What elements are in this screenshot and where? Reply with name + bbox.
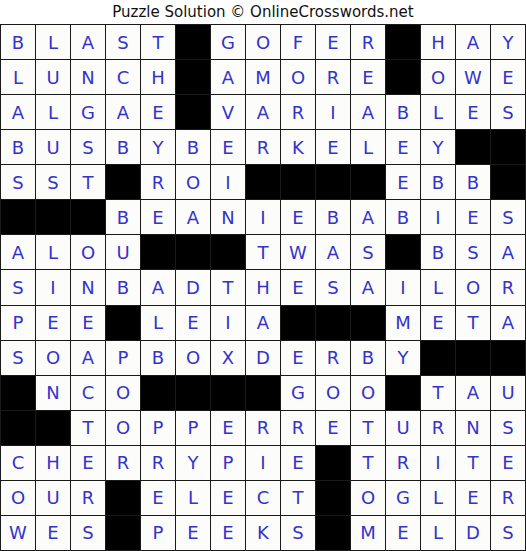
- letter-cell[interactable]: D: [246, 341, 280, 375]
- letter-cell[interactable]: O: [246, 25, 280, 59]
- black-square: [1, 200, 35, 234]
- letter-cell[interactable]: E: [176, 516, 210, 550]
- letter-cell[interactable]: E: [316, 130, 350, 164]
- letter-cell[interactable]: G: [211, 25, 245, 59]
- letter-cell[interactable]: I: [246, 446, 280, 480]
- letter-cell[interactable]: S: [1, 165, 35, 199]
- letter-cell[interactable]: R: [246, 411, 280, 445]
- letter-cell[interactable]: A: [246, 95, 280, 129]
- letter-cell[interactable]: S: [71, 516, 105, 550]
- letter-cell[interactable]: E: [491, 60, 525, 94]
- letter-cell[interactable]: S: [456, 235, 490, 269]
- letter-cell[interactable]: O: [421, 60, 455, 94]
- black-square: [351, 165, 385, 199]
- letter-cell[interactable]: E: [71, 446, 105, 480]
- letter-cell[interactable]: G: [386, 481, 420, 515]
- letter-cell[interactable]: R: [106, 446, 140, 480]
- black-square: [491, 130, 525, 164]
- letter-cell[interactable]: O: [316, 376, 350, 410]
- black-square: [106, 165, 140, 199]
- black-square: [386, 376, 420, 410]
- letter-cell[interactable]: A: [456, 376, 490, 410]
- letter-cell[interactable]: B: [386, 95, 420, 129]
- letter-cell[interactable]: R: [141, 165, 175, 199]
- letter-cell[interactable]: B: [106, 270, 140, 304]
- letter-cell[interactable]: E: [176, 306, 210, 340]
- letter-cell[interactable]: Y: [141, 130, 175, 164]
- letter-cell[interactable]: P: [141, 516, 175, 550]
- black-square: [176, 376, 210, 410]
- letter-cell[interactable]: B: [106, 200, 140, 234]
- black-square: [176, 60, 210, 94]
- letter-cell[interactable]: E: [211, 411, 245, 445]
- letter-cell[interactable]: A: [491, 235, 525, 269]
- letter-cell[interactable]: O: [176, 165, 210, 199]
- letter-cell[interactable]: G: [71, 95, 105, 129]
- letter-cell[interactable]: A: [176, 200, 210, 234]
- letter-cell[interactable]: I: [36, 270, 70, 304]
- black-square: [456, 341, 490, 375]
- letter-cell[interactable]: E: [211, 516, 245, 550]
- black-square: [316, 306, 350, 340]
- letter-cell[interactable]: B: [141, 341, 175, 375]
- letter-cell[interactable]: S: [491, 516, 525, 550]
- black-square: [421, 341, 455, 375]
- black-square: [316, 516, 350, 550]
- letter-cell[interactable]: O: [106, 376, 140, 410]
- black-square: [176, 95, 210, 129]
- letter-cell[interactable]: S: [36, 165, 70, 199]
- letter-cell[interactable]: I: [246, 200, 280, 234]
- letter-cell[interactable]: A: [71, 25, 105, 59]
- black-square: [1, 376, 35, 410]
- black-square: [316, 165, 350, 199]
- letter-cell[interactable]: R: [351, 25, 385, 59]
- letter-cell[interactable]: P: [1, 306, 35, 340]
- letter-cell[interactable]: R: [421, 411, 455, 445]
- letter-cell[interactable]: T: [421, 376, 455, 410]
- letter-cell[interactable]: K: [281, 130, 315, 164]
- letter-cell[interactable]: T: [71, 165, 105, 199]
- letter-cell[interactable]: L: [36, 95, 70, 129]
- letter-cell[interactable]: A: [456, 25, 490, 59]
- black-square: [491, 165, 525, 199]
- letter-cell[interactable]: W: [456, 60, 490, 94]
- letter-cell[interactable]: C: [246, 481, 280, 515]
- letter-cell[interactable]: E: [386, 165, 420, 199]
- letter-cell[interactable]: S: [106, 25, 140, 59]
- letter-cell[interactable]: E: [281, 341, 315, 375]
- letter-cell[interactable]: E: [386, 516, 420, 550]
- letter-cell[interactable]: S: [71, 130, 105, 164]
- letter-cell[interactable]: B: [176, 130, 210, 164]
- black-square: [36, 200, 70, 234]
- crossword-board: BLASTGOFERHAYLUNCHAMOREOWEALGAEVARIABLES…: [0, 24, 526, 551]
- letter-cell[interactable]: L: [351, 130, 385, 164]
- letter-cell[interactable]: S: [1, 270, 35, 304]
- letter-cell[interactable]: H: [36, 446, 70, 480]
- letter-cell[interactable]: T: [211, 270, 245, 304]
- letter-cell[interactable]: B: [316, 200, 350, 234]
- letter-cell[interactable]: S: [351, 235, 385, 269]
- letter-cell[interactable]: A: [351, 200, 385, 234]
- letter-cell[interactable]: A: [141, 270, 175, 304]
- letter-cell[interactable]: U: [106, 235, 140, 269]
- letter-cell[interactable]: R: [281, 411, 315, 445]
- letter-cell[interactable]: U: [386, 411, 420, 445]
- letter-cell[interactable]: E: [351, 60, 385, 94]
- black-square: [1, 411, 35, 445]
- letter-cell[interactable]: W: [1, 516, 35, 550]
- letter-cell[interactable]: E: [316, 411, 350, 445]
- letter-cell[interactable]: B: [456, 165, 490, 199]
- letter-cell[interactable]: T: [71, 411, 105, 445]
- letter-cell[interactable]: O: [351, 376, 385, 410]
- letter-cell[interactable]: A: [71, 341, 105, 375]
- black-square: [281, 306, 315, 340]
- letter-cell[interactable]: X: [211, 341, 245, 375]
- letter-cell[interactable]: P: [211, 446, 245, 480]
- letter-cell[interactable]: S: [316, 270, 350, 304]
- letter-cell[interactable]: E: [141, 200, 175, 234]
- letter-cell[interactable]: H: [421, 25, 455, 59]
- black-square: [491, 341, 525, 375]
- letter-cell[interactable]: A: [351, 95, 385, 129]
- letter-cell[interactable]: E: [281, 446, 315, 480]
- letter-cell[interactable]: W: [281, 235, 315, 269]
- letter-cell[interactable]: L: [421, 270, 455, 304]
- black-square: [211, 376, 245, 410]
- letter-cell[interactable]: L: [421, 516, 455, 550]
- letter-cell[interactable]: V: [211, 95, 245, 129]
- letter-cell[interactable]: O: [106, 411, 140, 445]
- puzzle-title: Puzzle Solution © OnlineCrosswords.net: [112, 0, 413, 24]
- letter-cell[interactable]: A: [246, 306, 280, 340]
- letter-cell[interactable]: B: [386, 200, 420, 234]
- title-bar: Puzzle Solution © OnlineCrosswords.net: [0, 0, 526, 24]
- letter-cell[interactable]: T: [351, 411, 385, 445]
- letter-cell[interactable]: C: [106, 60, 140, 94]
- letter-cell[interactable]: R: [281, 95, 315, 129]
- letter-cell[interactable]: O: [351, 481, 385, 515]
- letter-cell[interactable]: R: [491, 270, 525, 304]
- letter-cell[interactable]: N: [456, 411, 490, 445]
- letter-cell[interactable]: Y: [176, 446, 210, 480]
- letter-cell[interactable]: R: [386, 446, 420, 480]
- letter-cell[interactable]: A: [1, 95, 35, 129]
- letter-cell[interactable]: E: [71, 306, 105, 340]
- letter-cell[interactable]: E: [281, 200, 315, 234]
- letter-cell[interactable]: M: [351, 516, 385, 550]
- black-square: [386, 60, 420, 94]
- letter-cell[interactable]: S: [1, 341, 35, 375]
- letter-cell[interactable]: O: [176, 341, 210, 375]
- letter-cell[interactable]: L: [421, 95, 455, 129]
- letter-cell[interactable]: O: [71, 235, 105, 269]
- black-square: [246, 165, 280, 199]
- letter-cell[interactable]: A: [351, 270, 385, 304]
- letter-cell[interactable]: O: [36, 341, 70, 375]
- letter-cell[interactable]: L: [176, 481, 210, 515]
- letter-cell[interactable]: E: [36, 516, 70, 550]
- letter-cell[interactable]: P: [176, 411, 210, 445]
- letter-cell[interactable]: O: [1, 481, 35, 515]
- letter-cell[interactable]: R: [141, 446, 175, 480]
- letter-cell[interactable]: C: [71, 376, 105, 410]
- black-square: [106, 306, 140, 340]
- letter-cell[interactable]: N: [71, 60, 105, 94]
- letter-cell[interactable]: E: [316, 25, 350, 59]
- black-square: [141, 235, 175, 269]
- letter-cell[interactable]: K: [246, 516, 280, 550]
- black-square: [71, 200, 105, 234]
- black-square: [316, 481, 350, 515]
- black-square: [281, 165, 315, 199]
- letter-cell[interactable]: E: [456, 95, 490, 129]
- letter-cell[interactable]: M: [246, 60, 280, 94]
- letter-cell[interactable]: A: [491, 306, 525, 340]
- letter-cell[interactable]: N: [71, 270, 105, 304]
- black-square: [36, 411, 70, 445]
- letter-cell[interactable]: T: [456, 306, 490, 340]
- letter-cell[interactable]: R: [316, 60, 350, 94]
- letter-cell[interactable]: S: [491, 411, 525, 445]
- letter-cell[interactable]: O: [456, 270, 490, 304]
- letter-cell[interactable]: D: [456, 516, 490, 550]
- letter-cell[interactable]: H: [141, 60, 175, 94]
- letter-cell[interactable]: A: [211, 60, 245, 94]
- letter-cell[interactable]: I: [316, 95, 350, 129]
- letter-cell[interactable]: U: [36, 60, 70, 94]
- letter-cell[interactable]: F: [281, 25, 315, 59]
- letter-cell[interactable]: S: [281, 516, 315, 550]
- letter-cell[interactable]: L: [421, 481, 455, 515]
- letter-cell[interactable]: T: [351, 446, 385, 480]
- letter-cell[interactable]: T: [141, 25, 175, 59]
- black-square: [456, 130, 490, 164]
- letter-cell[interactable]: S: [491, 200, 525, 234]
- black-square: [351, 306, 385, 340]
- letter-cell[interactable]: H: [246, 270, 280, 304]
- letter-cell[interactable]: R: [71, 481, 105, 515]
- letter-cell[interactable]: Y: [491, 25, 525, 59]
- black-square: [176, 25, 210, 59]
- letter-cell[interactable]: B: [421, 235, 455, 269]
- letter-cell[interactable]: U: [36, 481, 70, 515]
- letter-cell[interactable]: B: [421, 165, 455, 199]
- black-square: [106, 481, 140, 515]
- letter-cell[interactable]: E: [386, 130, 420, 164]
- letter-cell[interactable]: E: [36, 306, 70, 340]
- letter-cell[interactable]: E: [491, 446, 525, 480]
- letter-cell[interactable]: L: [1, 60, 35, 94]
- letter-cell[interactable]: G: [281, 376, 315, 410]
- letter-cell[interactable]: M: [386, 306, 420, 340]
- letter-cell[interactable]: T: [456, 446, 490, 480]
- letter-cell[interactable]: A: [316, 235, 350, 269]
- letter-cell[interactable]: E: [141, 95, 175, 129]
- letter-cell[interactable]: S: [491, 95, 525, 129]
- letter-cell[interactable]: C: [1, 446, 35, 480]
- letter-cell[interactable]: A: [1, 235, 35, 269]
- black-square: [176, 235, 210, 269]
- letter-cell[interactable]: U: [36, 130, 70, 164]
- black-square: [211, 235, 245, 269]
- letter-cell[interactable]: P: [106, 341, 140, 375]
- letter-cell[interactable]: N: [211, 200, 245, 234]
- letter-cell[interactable]: T: [281, 481, 315, 515]
- letter-cell[interactable]: B: [106, 130, 140, 164]
- letter-cell[interactable]: Y: [386, 341, 420, 375]
- letter-cell[interactable]: B: [1, 130, 35, 164]
- black-square: [316, 446, 350, 480]
- letter-cell[interactable]: E: [456, 200, 490, 234]
- letter-cell[interactable]: A: [106, 95, 140, 129]
- letter-cell[interactable]: R: [491, 481, 525, 515]
- letter-cell[interactable]: I: [421, 200, 455, 234]
- letter-cell[interactable]: N: [36, 376, 70, 410]
- letter-cell[interactable]: L: [36, 235, 70, 269]
- black-square: [141, 376, 175, 410]
- letter-cell[interactable]: L: [36, 25, 70, 59]
- letter-cell[interactable]: I: [211, 165, 245, 199]
- letter-cell[interactable]: E: [211, 481, 245, 515]
- black-square: [386, 25, 420, 59]
- letter-cell[interactable]: E: [211, 130, 245, 164]
- letter-cell[interactable]: I: [211, 306, 245, 340]
- letter-cell[interactable]: O: [281, 60, 315, 94]
- letter-cell[interactable]: R: [246, 130, 280, 164]
- letter-cell[interactable]: E: [421, 306, 455, 340]
- letter-cell[interactable]: E: [281, 270, 315, 304]
- letter-cell[interactable]: E: [456, 481, 490, 515]
- letter-cell[interactable]: L: [141, 306, 175, 340]
- letter-cell[interactable]: T: [246, 235, 280, 269]
- letter-cell[interactable]: Y: [421, 130, 455, 164]
- letter-cell[interactable]: R: [316, 341, 350, 375]
- letter-cell[interactable]: I: [421, 446, 455, 480]
- black-square: [246, 376, 280, 410]
- letter-cell[interactable]: B: [351, 341, 385, 375]
- black-square: [386, 235, 420, 269]
- letter-cell[interactable]: D: [176, 270, 210, 304]
- black-square: [106, 516, 140, 550]
- letter-cell[interactable]: B: [1, 25, 35, 59]
- letter-cell[interactable]: E: [141, 481, 175, 515]
- letter-cell[interactable]: I: [386, 270, 420, 304]
- letter-cell[interactable]: P: [141, 411, 175, 445]
- letter-cell[interactable]: U: [491, 376, 525, 410]
